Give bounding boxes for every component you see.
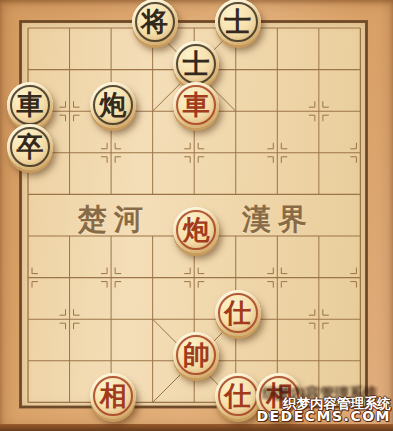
piece-glyph: 士 <box>215 0 261 45</box>
watermark: 织梦内容管理系统 织梦内容管理系统 DEDECMS.COM <box>256 397 391 423</box>
piece-glyph: 炮 <box>90 82 136 128</box>
piece-black-cannon[interactable]: 炮 <box>90 82 136 128</box>
piece-red-general[interactable]: 帥 <box>173 332 219 378</box>
piece-red-chariot[interactable]: 車 <box>173 82 219 128</box>
piece-glyph: 車 <box>7 82 53 128</box>
piece-black-advisor-a[interactable]: 士 <box>215 0 261 45</box>
piece-red-advisor-b[interactable]: 仕 <box>215 373 261 419</box>
piece-black-chariot[interactable]: 車 <box>7 82 53 128</box>
piece-black-advisor-b[interactable]: 士 <box>173 41 219 87</box>
piece-glyph: 卒 <box>7 124 53 170</box>
piece-red-cannon[interactable]: 炮 <box>173 207 219 253</box>
piece-glyph: 将 <box>132 0 178 45</box>
piece-glyph: 仕 <box>215 373 261 419</box>
piece-black-general[interactable]: 将 <box>132 0 178 45</box>
pieces-layer: 将士士車炮車卒炮仕帥相仕相 <box>0 0 393 431</box>
watermark-line2: DEDECMS.COM <box>256 410 391 423</box>
piece-glyph: 炮 <box>173 207 219 253</box>
piece-glyph: 車 <box>173 82 219 128</box>
piece-red-elephant-a[interactable]: 相 <box>90 373 136 419</box>
piece-glyph: 帥 <box>173 332 219 378</box>
piece-glyph: 仕 <box>215 290 261 336</box>
piece-red-advisor-a[interactable]: 仕 <box>215 290 261 336</box>
piece-glyph: 士 <box>173 41 219 87</box>
piece-black-soldier[interactable]: 卒 <box>7 124 53 170</box>
piece-glyph: 相 <box>90 373 136 419</box>
